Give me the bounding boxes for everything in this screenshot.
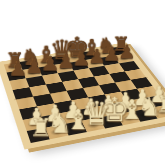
dark-pawn: ♟ [25,57,43,77]
chess-set-product-photo: ♜♞♝♛♚♝♞♜♟♟♟♟♟♟♟♟♟♟♟♟♟♟♟♟♜♞♝♛♚♝♞♜ [0,0,165,165]
light-rook: ♜ [29,116,52,141]
square-b5 [29,85,50,97]
square-a7: ♟ [7,70,26,81]
dark-pawn: ♟ [41,54,59,74]
dark-pawn: ♟ [9,59,27,80]
chess-board: ♜♞♝♛♚♝♞♜♟♟♟♟♟♟♟♟♟♟♟♟♟♟♟♟♜♞♝♛♚♝♞♜ [0,42,165,149]
square-a1: ♜ [27,128,50,143]
